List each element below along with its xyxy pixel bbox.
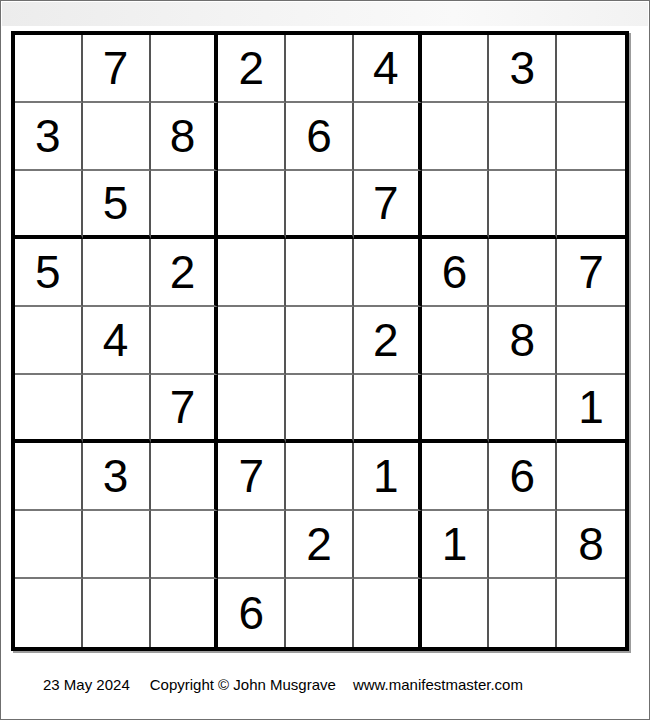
cell-r3c2[interactable]: 5 xyxy=(83,171,151,239)
cell-r1c1[interactable] xyxy=(15,35,83,103)
cell-r3c3[interactable] xyxy=(151,171,219,239)
cell-r7c3[interactable] xyxy=(151,443,219,511)
cell-r6c8[interactable] xyxy=(489,375,557,443)
cell-r1c2[interactable]: 7 xyxy=(83,35,151,103)
cell-r1c9[interactable] xyxy=(557,35,625,103)
sudoku-board: 72433865752674287137162186 xyxy=(11,31,629,651)
cell-r9c8[interactable] xyxy=(489,579,557,647)
cell-r8c7[interactable]: 1 xyxy=(422,511,490,579)
cell-r3c4[interactable] xyxy=(218,171,286,239)
cell-r2c2[interactable] xyxy=(83,103,151,171)
cell-r4c7[interactable]: 6 xyxy=(422,239,490,307)
cell-r1c8[interactable]: 3 xyxy=(489,35,557,103)
puzzle-page: 72433865752674287137162186 23 May 2024 C… xyxy=(0,0,650,720)
cell-r1c5[interactable] xyxy=(286,35,354,103)
footer: 23 May 2024 Copyright © John Musgrave ww… xyxy=(43,675,523,695)
cell-r6c3[interactable]: 7 xyxy=(151,375,219,443)
cell-r2c5[interactable]: 6 xyxy=(286,103,354,171)
cell-r2c8[interactable] xyxy=(489,103,557,171)
cell-r6c4[interactable] xyxy=(218,375,286,443)
cell-r3c1[interactable] xyxy=(15,171,83,239)
cell-r9c9[interactable] xyxy=(557,579,625,647)
header-bar xyxy=(2,2,648,26)
cell-r8c4[interactable] xyxy=(218,511,286,579)
cell-r7c8[interactable]: 6 xyxy=(489,443,557,511)
cell-r1c4[interactable]: 2 xyxy=(218,35,286,103)
cell-r7c4[interactable]: 7 xyxy=(218,443,286,511)
cell-r5c2[interactable]: 4 xyxy=(83,307,151,375)
cell-r2c4[interactable] xyxy=(218,103,286,171)
cell-r8c1[interactable] xyxy=(15,511,83,579)
cell-r2c3[interactable]: 8 xyxy=(151,103,219,171)
cell-r5c5[interactable] xyxy=(286,307,354,375)
cell-r1c3[interactable] xyxy=(151,35,219,103)
cell-r9c2[interactable] xyxy=(83,579,151,647)
cell-r8c6[interactable] xyxy=(354,511,422,579)
cell-r9c6[interactable] xyxy=(354,579,422,647)
cell-r4c6[interactable] xyxy=(354,239,422,307)
cell-r2c7[interactable] xyxy=(422,103,490,171)
cell-r5c9[interactable] xyxy=(557,307,625,375)
cell-r6c6[interactable] xyxy=(354,375,422,443)
cell-r7c1[interactable] xyxy=(15,443,83,511)
cell-r9c1[interactable] xyxy=(15,579,83,647)
cell-r4c1[interactable]: 5 xyxy=(15,239,83,307)
cell-r6c2[interactable] xyxy=(83,375,151,443)
cell-r5c6[interactable]: 2 xyxy=(354,307,422,375)
cell-r6c7[interactable] xyxy=(422,375,490,443)
cell-r7c7[interactable] xyxy=(422,443,490,511)
cell-r4c3[interactable]: 2 xyxy=(151,239,219,307)
cell-r7c6[interactable]: 1 xyxy=(354,443,422,511)
cell-r3c6[interactable]: 7 xyxy=(354,171,422,239)
cell-r3c9[interactable] xyxy=(557,171,625,239)
cell-r5c3[interactable] xyxy=(151,307,219,375)
cell-r7c9[interactable] xyxy=(557,443,625,511)
cell-r1c7[interactable] xyxy=(422,35,490,103)
cell-r9c7[interactable] xyxy=(422,579,490,647)
cell-r5c1[interactable] xyxy=(15,307,83,375)
cell-r4c4[interactable] xyxy=(218,239,286,307)
cell-r8c8[interactable] xyxy=(489,511,557,579)
cell-r8c2[interactable] xyxy=(83,511,151,579)
cell-r4c2[interactable] xyxy=(83,239,151,307)
cell-r5c4[interactable] xyxy=(218,307,286,375)
footer-date: 23 May 2024 xyxy=(43,675,130,695)
cell-r8c5[interactable]: 2 xyxy=(286,511,354,579)
cell-r2c1[interactable]: 3 xyxy=(15,103,83,171)
cell-r9c5[interactable] xyxy=(286,579,354,647)
cell-r4c5[interactable] xyxy=(286,239,354,307)
cell-r2c9[interactable] xyxy=(557,103,625,171)
cell-r4c8[interactable] xyxy=(489,239,557,307)
cell-r8c9[interactable]: 8 xyxy=(557,511,625,579)
cell-r4c9[interactable]: 7 xyxy=(557,239,625,307)
cell-r6c1[interactable] xyxy=(15,375,83,443)
cell-r7c2[interactable]: 3 xyxy=(83,443,151,511)
cell-r8c3[interactable] xyxy=(151,511,219,579)
cell-r3c8[interactable] xyxy=(489,171,557,239)
cell-r7c5[interactable] xyxy=(286,443,354,511)
cell-r6c5[interactable] xyxy=(286,375,354,443)
cell-r9c4[interactable]: 6 xyxy=(218,579,286,647)
cell-r1c6[interactable]: 4 xyxy=(354,35,422,103)
cell-r9c3[interactable] xyxy=(151,579,219,647)
footer-copyright: Copyright © John Musgrave xyxy=(150,675,336,695)
footer-website: www.manifestmaster.com xyxy=(353,675,523,695)
cell-r6c9[interactable]: 1 xyxy=(557,375,625,443)
cell-r3c5[interactable] xyxy=(286,171,354,239)
cell-r2c6[interactable] xyxy=(354,103,422,171)
cell-r3c7[interactable] xyxy=(422,171,490,239)
cell-r5c7[interactable] xyxy=(422,307,490,375)
cell-r5c8[interactable]: 8 xyxy=(489,307,557,375)
